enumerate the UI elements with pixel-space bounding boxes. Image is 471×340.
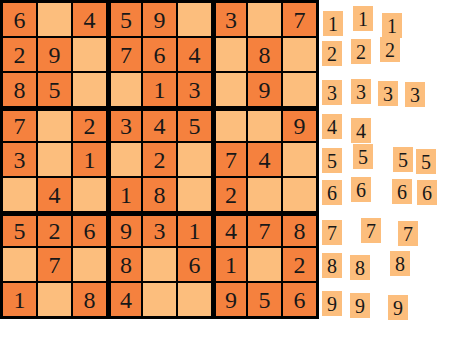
sudoku-cell-r5c3: 1 <box>73 143 106 176</box>
sudoku-cell-r6c1[interactable] <box>3 178 36 211</box>
tray-tile-2[interactable]: 2 <box>380 37 400 62</box>
sudoku-cell-r2c3[interactable] <box>73 38 106 71</box>
sudoku-cell-r5c8: 4 <box>248 143 281 176</box>
sudoku-cell-r9c6[interactable] <box>178 283 211 316</box>
sudoku-cell-r1c3: 4 <box>73 3 106 36</box>
sudoku-cell-r7c4: 9 <box>108 213 141 246</box>
sudoku-cell-r9c9: 6 <box>283 283 316 316</box>
tray-tile-3[interactable]: 3 <box>322 80 342 105</box>
sudoku-cell-r5c5: 2 <box>143 143 176 176</box>
sudoku-cell-r4c8[interactable] <box>248 108 281 141</box>
tray-tile-8[interactable]: 8 <box>350 255 370 280</box>
tray-tile-6[interactable]: 6 <box>322 180 342 205</box>
sudoku-cell-r4c6: 5 <box>178 108 211 141</box>
sudoku-cell-r7c8: 7 <box>248 213 281 246</box>
sudoku-cell-r9c8: 5 <box>248 283 281 316</box>
sudoku-cell-r3c9[interactable] <box>283 73 316 106</box>
sudoku-cell-r2c9[interactable] <box>283 38 316 71</box>
tray-tile-5[interactable]: 5 <box>322 148 342 173</box>
sudoku-cell-r3c8: 9 <box>248 73 281 106</box>
sudoku-cell-r5c9[interactable] <box>283 143 316 176</box>
sudoku-cell-r3c7[interactable] <box>213 73 246 106</box>
tray-tile-7[interactable]: 7 <box>361 218 381 243</box>
sudoku-cell-r6c8[interactable] <box>248 178 281 211</box>
tray-tile-6[interactable]: 6 <box>417 180 437 205</box>
sudoku-cell-r6c6[interactable] <box>178 178 211 211</box>
sudoku-cell-r7c3: 6 <box>73 213 106 246</box>
sudoku-cell-r5c1: 3 <box>3 143 36 176</box>
sudoku-cell-r8c1[interactable] <box>3 248 36 281</box>
sudoku-cell-r4c5: 4 <box>143 108 176 141</box>
sudoku-cell-r2c1: 2 <box>3 38 36 71</box>
sudoku-cell-r5c2[interactable] <box>38 143 71 176</box>
sudoku-cell-r8c4: 8 <box>108 248 141 281</box>
sudoku-cell-r2c4: 7 <box>108 38 141 71</box>
tray-tile-5[interactable]: 5 <box>353 144 373 169</box>
sudoku-cell-r7c2: 2 <box>38 213 71 246</box>
sudoku-cell-r8c6: 6 <box>178 248 211 281</box>
tray-tile-4[interactable]: 4 <box>351 118 371 143</box>
sudoku-cell-r2c6: 4 <box>178 38 211 71</box>
sudoku-cell-r8c7: 1 <box>213 248 246 281</box>
sudoku-cell-r8c2: 7 <box>38 248 71 281</box>
sudoku-cell-r8c8[interactable] <box>248 248 281 281</box>
tray-tile-7[interactable]: 7 <box>322 220 342 245</box>
sudoku-cell-r6c9[interactable] <box>283 178 316 211</box>
sudoku-cell-r4c2[interactable] <box>38 108 71 141</box>
sudoku-cell-r4c9: 9 <box>283 108 316 141</box>
tray-tile-5[interactable]: 5 <box>393 147 413 172</box>
sudoku-cell-r8c9: 2 <box>283 248 316 281</box>
sudoku-cell-r9c4: 4 <box>108 283 141 316</box>
sudoku-cell-r2c8: 8 <box>248 38 281 71</box>
sudoku-board: 6459372976488513972345931274418252693147… <box>0 0 319 319</box>
sudoku-cell-r1c4: 5 <box>108 3 141 36</box>
tray-tile-6[interactable]: 6 <box>351 177 371 202</box>
sudoku-cell-r9c3: 8 <box>73 283 106 316</box>
tray-tile-8[interactable]: 8 <box>390 251 410 276</box>
sudoku-cell-r8c3[interactable] <box>73 248 106 281</box>
sudoku-cell-r7c5: 3 <box>143 213 176 246</box>
sudoku-cell-r1c7: 3 <box>213 3 246 36</box>
sudoku-cell-r9c7: 9 <box>213 283 246 316</box>
sudoku-cell-r1c2[interactable] <box>38 3 71 36</box>
sudoku-cell-r3c4[interactable] <box>108 73 141 106</box>
tray-tile-1[interactable]: 1 <box>353 6 373 31</box>
sudoku-cell-r1c1: 6 <box>3 3 36 36</box>
sudoku-cell-r4c1: 7 <box>3 108 36 141</box>
sudoku-cell-r3c5: 1 <box>143 73 176 106</box>
tray-tile-9[interactable]: 9 <box>350 293 370 318</box>
tray-tile-7[interactable]: 7 <box>398 221 418 246</box>
sudoku-cell-r2c2: 9 <box>38 38 71 71</box>
sudoku-cell-r3c2: 5 <box>38 73 71 106</box>
sudoku-cell-r7c7: 4 <box>213 213 246 246</box>
tray-tile-1[interactable]: 1 <box>382 13 402 38</box>
sudoku-cell-r1c8[interactable] <box>248 3 281 36</box>
sudoku-cell-r4c7[interactable] <box>213 108 246 141</box>
sudoku-cell-r1c9: 7 <box>283 3 316 36</box>
sudoku-cell-r2c7[interactable] <box>213 38 246 71</box>
sudoku-cell-r2c5: 6 <box>143 38 176 71</box>
sudoku-cell-r7c9: 8 <box>283 213 316 246</box>
tray-tile-3[interactable]: 3 <box>405 82 425 107</box>
sudoku-cell-r6c7: 2 <box>213 178 246 211</box>
tray-tile-9[interactable]: 9 <box>322 291 342 316</box>
tray-tile-4[interactable]: 4 <box>322 114 342 139</box>
sudoku-cell-r8c5[interactable] <box>143 248 176 281</box>
sudoku-cell-r6c3[interactable] <box>73 178 106 211</box>
tray-tile-6[interactable]: 6 <box>392 179 412 204</box>
sudoku-cell-r9c5[interactable] <box>143 283 176 316</box>
tray-tile-5[interactable]: 5 <box>416 149 436 174</box>
sudoku-cell-r7c1: 5 <box>3 213 36 246</box>
sudoku-cell-r1c5: 9 <box>143 3 176 36</box>
tray-tile-3[interactable]: 3 <box>378 81 398 106</box>
sudoku-cell-r6c4: 1 <box>108 178 141 211</box>
sudoku-cell-r4c4: 3 <box>108 108 141 141</box>
sudoku-cell-r6c5: 8 <box>143 178 176 211</box>
sudoku-cell-r7c6: 1 <box>178 213 211 246</box>
sudoku-cell-r3c6: 3 <box>178 73 211 106</box>
sudoku-cell-r3c3[interactable] <box>73 73 106 106</box>
tray-tile-3[interactable]: 3 <box>351 79 371 104</box>
sudoku-cell-r5c7: 7 <box>213 143 246 176</box>
sudoku-cell-r4c3: 2 <box>73 108 106 141</box>
tray-tile-8[interactable]: 8 <box>322 253 342 278</box>
sudoku-cell-r6c2: 4 <box>38 178 71 211</box>
sudoku-cell-r1c6[interactable] <box>178 3 211 36</box>
sudoku-cell-r9c1: 1 <box>3 283 36 316</box>
sudoku-cell-r9c2[interactable] <box>38 283 71 316</box>
sudoku-app: 6459372976488513972345931274418252693147… <box>0 0 471 340</box>
sudoku-cell-r5c4[interactable] <box>108 143 141 176</box>
tray-tile-2[interactable]: 2 <box>322 41 342 66</box>
tray-tile-9[interactable]: 9 <box>388 295 408 320</box>
tray-tile-2[interactable]: 2 <box>351 39 371 64</box>
tray-tile-1[interactable]: 1 <box>323 11 343 36</box>
sudoku-cell-r3c1: 8 <box>3 73 36 106</box>
sudoku-cell-r5c6[interactable] <box>178 143 211 176</box>
